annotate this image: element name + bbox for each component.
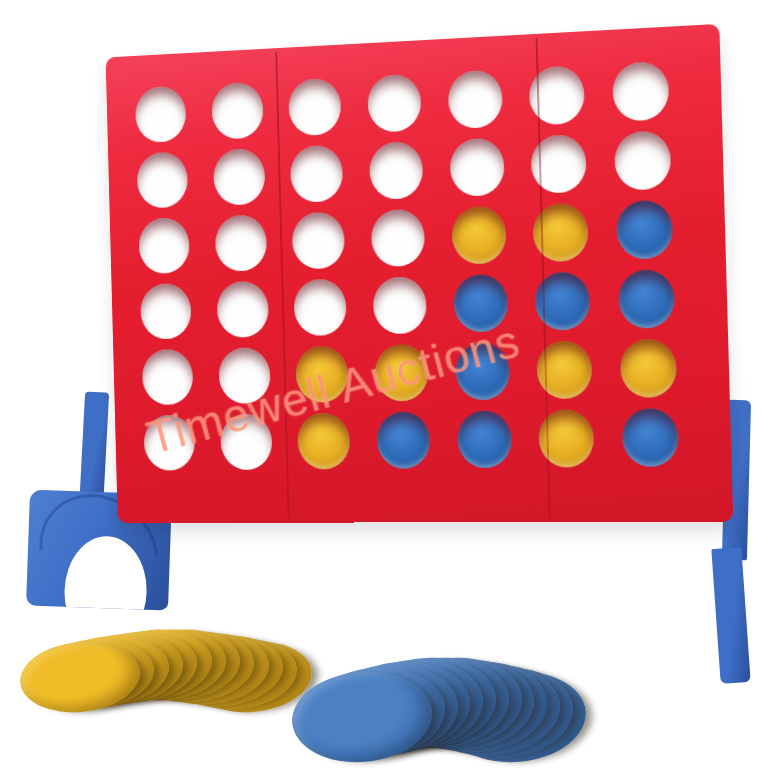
cell-r2c3[interactable] xyxy=(290,145,343,203)
cell-r5c4[interactable] xyxy=(374,344,429,402)
cell-r3c7[interactable] xyxy=(616,200,673,260)
cell-r3c3[interactable] xyxy=(292,212,346,270)
cell-r4c7[interactable] xyxy=(618,269,675,329)
cell-r4c4[interactable] xyxy=(373,276,427,334)
cell-r6c1[interactable] xyxy=(143,415,195,471)
cell-r2c2[interactable] xyxy=(213,148,266,206)
cell-r2c7[interactable] xyxy=(614,130,671,190)
right-leg-lower xyxy=(711,547,750,684)
cell-r5c1[interactable] xyxy=(142,349,194,405)
cell-r3c5[interactable] xyxy=(451,206,506,265)
cell-r2c1[interactable] xyxy=(136,151,188,208)
cell-r4c3[interactable] xyxy=(294,279,348,337)
cell-r1c5[interactable] xyxy=(447,69,502,129)
cell-r3c2[interactable] xyxy=(214,214,267,271)
cell-r2c4[interactable] xyxy=(369,141,423,200)
cell-r5c5[interactable] xyxy=(455,342,510,400)
cell-r1c1[interactable] xyxy=(135,86,187,144)
cell-r3c4[interactable] xyxy=(371,209,425,267)
board-grid xyxy=(106,24,734,523)
cell-r1c7[interactable] xyxy=(612,61,669,122)
cell-r6c3[interactable] xyxy=(297,413,351,470)
cell-r1c4[interactable] xyxy=(367,74,421,133)
cell-r1c2[interactable] xyxy=(211,82,264,140)
cell-r6c2[interactable] xyxy=(220,414,273,470)
cell-r5c7[interactable] xyxy=(620,339,678,398)
product-photo: Timewell Auctions xyxy=(0,0,768,768)
cell-r6c4[interactable] xyxy=(376,412,431,469)
cell-r3c1[interactable] xyxy=(138,217,190,274)
cell-r6c7[interactable] xyxy=(622,408,680,467)
cell-r4c5[interactable] xyxy=(453,274,508,333)
cell-r4c2[interactable] xyxy=(216,281,269,338)
cell-r5c2[interactable] xyxy=(218,347,271,404)
cell-r5c3[interactable] xyxy=(295,346,349,403)
cell-r6c5[interactable] xyxy=(457,410,513,468)
connect-four-board xyxy=(106,24,734,523)
cell-r4c1[interactable] xyxy=(140,283,192,339)
cell-r1c3[interactable] xyxy=(288,78,341,137)
cell-r2c5[interactable] xyxy=(449,138,504,197)
